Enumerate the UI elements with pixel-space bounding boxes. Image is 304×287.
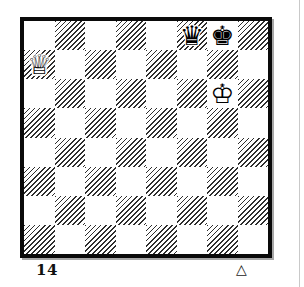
square-a3: [24, 167, 55, 196]
square-g7: [207, 50, 238, 79]
square-c5: [85, 108, 116, 137]
diagram-page: ♛♚♕♔ 14 △: [0, 0, 304, 287]
square-f2: [177, 196, 208, 225]
square-e5: [146, 108, 177, 137]
square-a8: [24, 21, 55, 50]
square-h6: [238, 79, 269, 108]
black-queen-f8: ♛: [180, 22, 204, 49]
square-g8: ♚: [207, 21, 238, 50]
square-h5: [238, 108, 269, 137]
square-b1: [55, 225, 86, 254]
square-c1: [85, 225, 116, 254]
square-d8: [116, 21, 147, 50]
square-a2: [24, 196, 55, 225]
square-g1: [207, 225, 238, 254]
square-e1: [146, 225, 177, 254]
black-king-g8: ♚: [210, 22, 234, 49]
square-b6: [55, 79, 86, 108]
square-a7: ♕: [24, 50, 55, 79]
square-h2: [238, 196, 269, 225]
square-e4: [146, 138, 177, 167]
square-d4: [116, 138, 147, 167]
square-c8: [85, 21, 116, 50]
square-f5: [177, 108, 208, 137]
square-h1: [238, 225, 269, 254]
square-d6: [116, 79, 147, 108]
square-h3: [238, 167, 269, 196]
square-b3: [55, 167, 86, 196]
square-a1: [24, 225, 55, 254]
square-b7: [55, 50, 86, 79]
chess-board: ♛♚♕♔: [24, 21, 268, 254]
white-king-g6: ♔: [210, 80, 234, 107]
square-f1: [177, 225, 208, 254]
square-f8: ♛: [177, 21, 208, 50]
square-g4: [207, 138, 238, 167]
square-e3: [146, 167, 177, 196]
square-d3: [116, 167, 147, 196]
white-queen-a7: ♕: [27, 51, 51, 78]
square-f7: [177, 50, 208, 79]
square-h4: [238, 138, 269, 167]
square-g5: [207, 108, 238, 137]
chess-board-frame: ♛♚♕♔: [20, 17, 272, 258]
square-c3: [85, 167, 116, 196]
square-e6: [146, 79, 177, 108]
square-c2: [85, 196, 116, 225]
square-h8: [238, 21, 269, 50]
square-a6: [24, 79, 55, 108]
square-f6: [177, 79, 208, 108]
page-scan-edge-line: [299, 0, 300, 287]
square-f3: [177, 167, 208, 196]
square-a4: [24, 138, 55, 167]
square-d1: [116, 225, 147, 254]
square-d2: [116, 196, 147, 225]
square-e2: [146, 196, 177, 225]
square-b5: [55, 108, 86, 137]
square-c4: [85, 138, 116, 167]
square-c7: [85, 50, 116, 79]
square-f4: [177, 138, 208, 167]
square-d5: [116, 108, 147, 137]
square-g3: [207, 167, 238, 196]
diagram-number-label: 14: [36, 261, 58, 279]
square-c6: [85, 79, 116, 108]
square-b2: [55, 196, 86, 225]
square-d7: [116, 50, 147, 79]
square-b8: [55, 21, 86, 50]
square-g6: ♔: [207, 79, 238, 108]
square-h7: [238, 50, 269, 79]
square-e8: [146, 21, 177, 50]
square-e7: [146, 50, 177, 79]
square-g2: [207, 196, 238, 225]
white-to-move-triangle-icon: △: [236, 261, 247, 277]
square-b4: [55, 138, 86, 167]
square-a5: [24, 108, 55, 137]
